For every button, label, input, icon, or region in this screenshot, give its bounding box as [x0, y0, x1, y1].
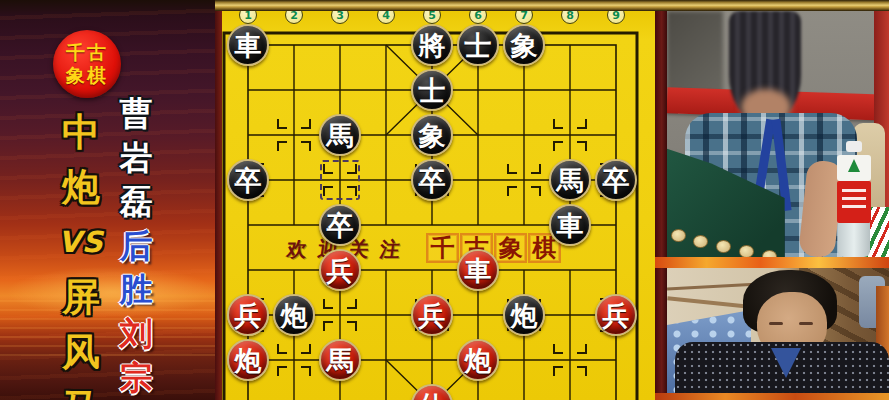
red-piece-兵[interactable]: 兵 [319, 249, 361, 291]
match-char: 曹 [115, 94, 157, 134]
board-photo-divider [655, 0, 667, 400]
match-char: 后 [115, 226, 157, 266]
black-piece-卒[interactable]: 卒 [319, 204, 361, 246]
table-piece [716, 240, 731, 253]
table-piece [739, 245, 754, 257]
black-piece-象[interactable]: 象 [411, 114, 453, 156]
badge-line2: 象棋 [66, 64, 108, 87]
black-piece-士[interactable]: 士 [457, 24, 499, 66]
opening-char: 屏 [58, 275, 104, 319]
red-piece-馬[interactable]: 馬 [319, 339, 361, 381]
black-piece-車[interactable]: 車 [227, 24, 269, 66]
red-piece-仕[interactable]: 仕 [411, 384, 453, 400]
sunset-sidebar: 千古 象棋 中 炮 VS 屏 风 马 曹 岩 磊 后 胜 刘 宗 [0, 0, 215, 400]
red-piece-炮[interactable]: 炮 [227, 339, 269, 381]
opening-char: 风 [58, 330, 104, 374]
top-player-photo [667, 11, 889, 257]
opening-char: VS [58, 220, 104, 264]
table-piece [671, 229, 686, 242]
table-piece [693, 235, 708, 248]
black-piece-馬[interactable]: 馬 [319, 114, 361, 156]
badge-line1: 千古 [66, 41, 108, 64]
opening-char: 马 [58, 385, 104, 400]
top-gold-strip [215, 0, 889, 11]
photo-divider-strip [655, 257, 889, 268]
opening-char: 炮 [58, 165, 104, 209]
bottom-orange-strip [655, 393, 889, 400]
opening-title: 中 炮 VS 屏 风 马 [58, 110, 104, 400]
red-piece-車[interactable]: 車 [457, 249, 499, 291]
match-char: 磊 [115, 182, 157, 222]
black-piece-卒[interactable]: 卒 [411, 159, 453, 201]
table-piece [762, 250, 777, 257]
eye [799, 322, 813, 325]
bottle-tree-logo [848, 159, 860, 172]
bottle-label-red [837, 181, 871, 223]
match-char: 胜 [115, 270, 157, 310]
channel-badge: 千古 象棋 [53, 30, 121, 98]
red-piece-炮[interactable]: 炮 [457, 339, 499, 381]
red-piece-兵[interactable]: 兵 [411, 294, 453, 336]
black-piece-卒[interactable]: 卒 [227, 159, 269, 201]
last-move-origin-marker [320, 160, 360, 200]
black-piece-士[interactable]: 士 [411, 69, 453, 111]
bottle-cap [846, 141, 862, 152]
bottle-body [838, 223, 870, 257]
red-piece-兵[interactable]: 兵 [227, 294, 269, 336]
black-piece-馬[interactable]: 馬 [549, 159, 591, 201]
match-char: 宗 [115, 358, 157, 398]
opening-char: 中 [58, 110, 104, 154]
black-piece-卒[interactable]: 卒 [595, 159, 637, 201]
video-frame: 千古 象棋 中 炮 VS 屏 风 马 曹 岩 磊 后 胜 刘 宗 [0, 0, 889, 400]
black-piece-將[interactable]: 將 [411, 24, 453, 66]
piece-grid: 車將士象士馬象卒卒馬卒卒車兵車兵炮兵炮兵炮馬炮仕 [225, 23, 639, 400]
black-piece-炮[interactable]: 炮 [503, 294, 545, 336]
water-bottle [835, 141, 873, 257]
black-piece-車[interactable]: 車 [549, 204, 591, 246]
match-char: 刘 [115, 314, 157, 354]
match-title: 曹 岩 磊 后 胜 刘 宗 [115, 94, 157, 398]
xiangqi-board[interactable]: 123456789 欢迎关注 千 古 象 棋 車將士象士馬象卒卒馬卒卒車兵車兵炮… [215, 0, 655, 400]
match-char: 岩 [115, 138, 157, 178]
eye [769, 322, 783, 325]
black-piece-象[interactable]: 象 [503, 24, 545, 66]
black-piece-炮[interactable]: 炮 [273, 294, 315, 336]
red-piece-兵[interactable]: 兵 [595, 294, 637, 336]
bottom-player-photo [667, 268, 889, 393]
